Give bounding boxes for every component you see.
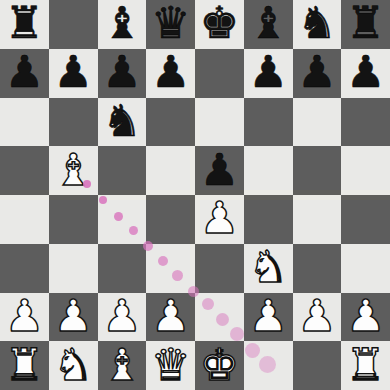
- square-b2[interactable]: ♟︎: [49, 293, 98, 342]
- piece-black-knight-g8[interactable]: ♞︎: [297, 1, 336, 45]
- square-e7[interactable]: [195, 49, 244, 98]
- square-d1[interactable]: ♛︎: [146, 341, 195, 390]
- piece-black-pawn-a7[interactable]: ♟︎: [5, 50, 44, 94]
- piece-white-pawn-g2[interactable]: ♟︎: [297, 294, 336, 338]
- square-f7[interactable]: ♟︎: [244, 49, 293, 98]
- square-e2[interactable]: [195, 293, 244, 342]
- square-g6[interactable]: [293, 98, 342, 147]
- square-g1[interactable]: [293, 341, 342, 390]
- square-f5[interactable]: [244, 146, 293, 195]
- piece-white-bishop-c1[interactable]: ♝︎: [102, 343, 141, 387]
- piece-white-pawn-h2[interactable]: ♟︎: [346, 294, 385, 338]
- piece-white-pawn-f2[interactable]: ♟︎: [248, 294, 287, 338]
- square-a8[interactable]: ♜︎: [0, 0, 49, 49]
- square-e8[interactable]: ♚︎: [195, 0, 244, 49]
- square-d4[interactable]: [146, 195, 195, 244]
- square-c6[interactable]: ♞︎: [98, 98, 147, 147]
- square-f6[interactable]: [244, 98, 293, 147]
- square-a7[interactable]: ♟︎: [0, 49, 49, 98]
- square-d6[interactable]: [146, 98, 195, 147]
- square-c5[interactable]: [98, 146, 147, 195]
- piece-white-pawn-d2[interactable]: ♟︎: [151, 294, 190, 338]
- square-h8[interactable]: ♜︎: [341, 0, 390, 49]
- piece-white-rook-a1[interactable]: ♜︎: [5, 343, 44, 387]
- square-a6[interactable]: [0, 98, 49, 147]
- square-e5[interactable]: ♟︎: [195, 146, 244, 195]
- piece-black-bishop-f8[interactable]: ♝︎: [248, 1, 287, 45]
- piece-black-pawn-e5[interactable]: ♟︎: [200, 148, 239, 192]
- square-d3[interactable]: [146, 244, 195, 293]
- square-b4[interactable]: [49, 195, 98, 244]
- piece-white-bishop-b5[interactable]: ♝︎: [53, 148, 92, 192]
- square-h6[interactable]: [341, 98, 390, 147]
- piece-black-pawn-c7[interactable]: ♟︎: [102, 50, 141, 94]
- square-h5[interactable]: [341, 146, 390, 195]
- square-d7[interactable]: ♟︎: [146, 49, 195, 98]
- square-f8[interactable]: ♝︎: [244, 0, 293, 49]
- piece-black-knight-c6[interactable]: ♞︎: [102, 99, 141, 143]
- square-d2[interactable]: ♟︎: [146, 293, 195, 342]
- piece-black-king-e8[interactable]: ♚︎: [200, 1, 239, 45]
- square-a3[interactable]: [0, 244, 49, 293]
- piece-white-pawn-c2[interactable]: ♟︎: [102, 294, 141, 338]
- piece-black-pawn-b7[interactable]: ♟︎: [53, 50, 92, 94]
- square-g2[interactable]: ♟︎: [293, 293, 342, 342]
- square-c1[interactable]: ♝︎: [98, 341, 147, 390]
- chess-board: ♜︎♝︎♛︎♚︎♝︎♞︎♜︎♟︎♟︎♟︎♟︎♟︎♟︎♟︎♞︎♝︎♟︎♟︎♞︎♟︎…: [0, 0, 390, 390]
- piece-white-knight-f3[interactable]: ♞︎: [248, 245, 287, 289]
- square-f3[interactable]: ♞︎: [244, 244, 293, 293]
- chess-board-window: ♜︎♝︎♛︎♚︎♝︎♞︎♜︎♟︎♟︎♟︎♟︎♟︎♟︎♟︎♞︎♝︎♟︎♟︎♞︎♟︎…: [0, 0, 390, 390]
- square-e6[interactable]: [195, 98, 244, 147]
- square-d5[interactable]: [146, 146, 195, 195]
- square-f2[interactable]: ♟︎: [244, 293, 293, 342]
- piece-white-rook-h1[interactable]: ♜︎: [346, 343, 385, 387]
- square-g7[interactable]: ♟︎: [293, 49, 342, 98]
- square-c4[interactable]: [98, 195, 147, 244]
- piece-black-bishop-c8[interactable]: ♝︎: [102, 1, 141, 45]
- square-e3[interactable]: [195, 244, 244, 293]
- square-b6[interactable]: [49, 98, 98, 147]
- piece-black-pawn-f7[interactable]: ♟︎: [248, 50, 287, 94]
- square-h3[interactable]: [341, 244, 390, 293]
- square-g8[interactable]: ♞︎: [293, 0, 342, 49]
- square-e4[interactable]: ♟︎: [195, 195, 244, 244]
- square-g4[interactable]: [293, 195, 342, 244]
- square-h1[interactable]: ♜︎: [341, 341, 390, 390]
- square-h4[interactable]: [341, 195, 390, 244]
- square-g3[interactable]: [293, 244, 342, 293]
- piece-white-knight-b1[interactable]: ♞︎: [53, 343, 92, 387]
- piece-black-pawn-g7[interactable]: ♟︎: [297, 50, 336, 94]
- piece-black-rook-a8[interactable]: ♜︎: [5, 1, 44, 45]
- square-d8[interactable]: ♛︎: [146, 0, 195, 49]
- piece-black-pawn-h7[interactable]: ♟︎: [346, 50, 385, 94]
- piece-black-queen-d8[interactable]: ♛︎: [151, 1, 190, 45]
- piece-black-pawn-d7[interactable]: ♟︎: [151, 50, 190, 94]
- square-e1[interactable]: ♚︎: [195, 341, 244, 390]
- square-b3[interactable]: [49, 244, 98, 293]
- square-c3[interactable]: [98, 244, 147, 293]
- piece-white-king-e1[interactable]: ♚︎: [200, 343, 239, 387]
- square-c7[interactable]: ♟︎: [98, 49, 147, 98]
- piece-white-pawn-e4[interactable]: ♟︎: [200, 196, 239, 240]
- square-h2[interactable]: ♟︎: [341, 293, 390, 342]
- piece-white-pawn-a2[interactable]: ♟︎: [5, 294, 44, 338]
- square-c8[interactable]: ♝︎: [98, 0, 147, 49]
- square-g5[interactable]: [293, 146, 342, 195]
- square-h7[interactable]: ♟︎: [341, 49, 390, 98]
- piece-white-pawn-b2[interactable]: ♟︎: [53, 294, 92, 338]
- square-a2[interactable]: ♟︎: [0, 293, 49, 342]
- square-c2[interactable]: ♟︎: [98, 293, 147, 342]
- square-b7[interactable]: ♟︎: [49, 49, 98, 98]
- square-a4[interactable]: [0, 195, 49, 244]
- square-a1[interactable]: ♜︎: [0, 341, 49, 390]
- piece-white-queen-d1[interactable]: ♛︎: [151, 343, 190, 387]
- square-b5[interactable]: ♝︎: [49, 146, 98, 195]
- square-f1[interactable]: [244, 341, 293, 390]
- square-b1[interactable]: ♞︎: [49, 341, 98, 390]
- square-a5[interactable]: [0, 146, 49, 195]
- square-f4[interactable]: [244, 195, 293, 244]
- square-b8[interactable]: [49, 0, 98, 49]
- piece-black-rook-h8[interactable]: ♜︎: [346, 1, 385, 45]
